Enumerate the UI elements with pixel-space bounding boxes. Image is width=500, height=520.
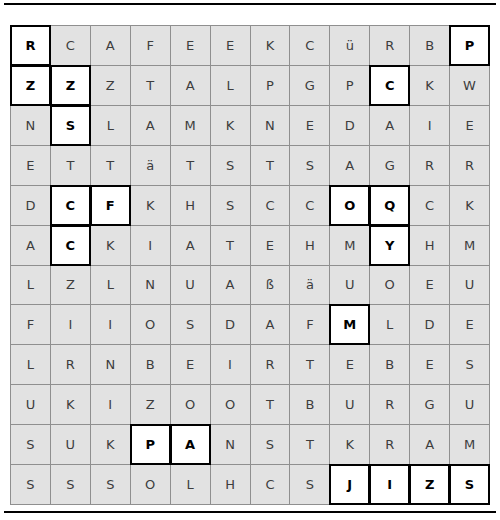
grid-cell-r2c2[interactable]: Z <box>51 66 90 105</box>
grid-cell-r6c9[interactable]: M <box>330 226 369 265</box>
grid-cell-r9c10[interactable]: B <box>370 345 409 384</box>
grid-cell-r4c12[interactable]: R <box>450 146 489 185</box>
grid-cell-r4c4[interactable]: ä <box>131 146 170 185</box>
grid-cell-r1c2[interactable]: C <box>51 26 90 65</box>
grid-cell-r8c8[interactable]: F <box>290 305 329 344</box>
grid-cell-r10c12[interactable]: U <box>450 385 489 424</box>
grid-cell-r1c11[interactable]: B <box>410 26 449 65</box>
grid-cell-r3c6[interactable]: K <box>211 106 250 145</box>
grid-cell-r7c3[interactable]: L <box>91 266 130 305</box>
grid-cell-r6c7[interactable]: E <box>251 226 290 265</box>
grid-cell-r2c8[interactable]: G <box>290 66 329 105</box>
grid-cell-r10c10[interactable]: R <box>370 385 409 424</box>
bottom-rule <box>4 511 496 513</box>
grid-cell-r8c12[interactable]: E <box>450 305 489 344</box>
grid-cell-r8c3[interactable]: I <box>91 305 130 344</box>
grid-cell-r1c4[interactable]: F <box>131 26 170 65</box>
grid-cell-r12c2[interactable]: S <box>51 465 90 504</box>
grid-cell-r9c6[interactable]: I <box>211 345 250 384</box>
grid-cell-r11c9[interactable]: K <box>330 425 369 464</box>
grid-cell-r4c9[interactable]: A <box>330 146 369 185</box>
grid-cell-r5c10[interactable]: Q <box>370 186 409 225</box>
grid-cell-r1c12[interactable]: P <box>450 26 489 65</box>
grid-cell-r12c1[interactable]: S <box>11 465 50 504</box>
grid-cell-r3c10[interactable]: A <box>370 106 409 145</box>
grid-cell-r1c10[interactable]: R <box>370 26 409 65</box>
grid-cell-r1c8[interactable]: C <box>290 26 329 65</box>
grid-cell-r11c4[interactable]: P <box>131 425 170 464</box>
grid-cell-r8c10[interactable]: L <box>370 305 409 344</box>
grid-cell-r4c7[interactable]: T <box>251 146 290 185</box>
grid-cell-r3c9[interactable]: D <box>330 106 369 145</box>
grid-cell-r9c7[interactable]: R <box>251 345 290 384</box>
grid-cell-r2c6[interactable]: L <box>211 66 250 105</box>
grid-cell-r3c11[interactable]: I <box>410 106 449 145</box>
grid-cell-r2c12[interactable]: W <box>450 66 489 105</box>
grid-cell-r12c7[interactable]: C <box>251 465 290 504</box>
grid-cell-r9c1[interactable]: L <box>11 345 50 384</box>
grid-cell-r8c9[interactable]: M <box>330 305 369 344</box>
grid-cell-r3c5[interactable]: M <box>171 106 210 145</box>
grid-cell-r7c11[interactable]: E <box>410 266 449 305</box>
grid-cell-r12c5[interactable]: L <box>171 465 210 504</box>
grid-cell-r1c3[interactable]: A <box>91 26 130 65</box>
grid-cell-r4c3[interactable]: T <box>91 146 130 185</box>
top-rule <box>4 3 496 5</box>
grid-cell-r12c6[interactable]: H <box>211 465 250 504</box>
grid-cell-r7c7[interactable]: ß <box>251 266 290 305</box>
grid-cell-r8c7[interactable]: A <box>251 305 290 344</box>
grid-cell-r5c1[interactable]: D <box>11 186 50 225</box>
grid-cell-r10c2[interactable]: K <box>51 385 90 424</box>
grid-cell-r5c3[interactable]: F <box>91 186 130 225</box>
grid-cell-r7c2[interactable]: Z <box>51 266 90 305</box>
grid-cell-r12c9[interactable]: J <box>330 465 369 504</box>
grid-cell-r6c5[interactable]: A <box>171 226 210 265</box>
grid-cell-r1c1[interactable]: R <box>11 26 50 65</box>
grid-cell-r11c3[interactable]: K <box>91 425 130 464</box>
grid-cell-r5c11[interactable]: C <box>410 186 449 225</box>
grid-cell-r11c7[interactable]: S <box>251 425 290 464</box>
grid-cell-r9c8[interactable]: T <box>290 345 329 384</box>
grid-cell-r6c6[interactable]: T <box>211 226 250 265</box>
grid-cell-r2c10[interactable]: C <box>370 66 409 105</box>
grid-cell-r11c2[interactable]: U <box>51 425 90 464</box>
grid-cell-r10c11[interactable]: G <box>410 385 449 424</box>
grid-cell-r6c4[interactable]: I <box>131 226 170 265</box>
grid-cell-r5c8[interactable]: C <box>290 186 329 225</box>
grid-cell-r2c11[interactable]: K <box>410 66 449 105</box>
grid-cell-r4c11[interactable]: R <box>410 146 449 185</box>
grid-cell-r11c6[interactable]: N <box>211 425 250 464</box>
grid-cell-r7c4[interactable]: N <box>131 266 170 305</box>
grid-cell-r4c6[interactable]: S <box>211 146 250 185</box>
grid-cell-r12c4[interactable]: O <box>131 465 170 504</box>
grid-cell-r5c9[interactable]: O <box>330 186 369 225</box>
grid-cell-r7c1[interactable]: L <box>11 266 50 305</box>
grid-cell-r3c8[interactable]: E <box>290 106 329 145</box>
grid-cell-r12c11[interactable]: Z <box>410 465 449 504</box>
grid-cell-r4c8[interactable]: S <box>290 146 329 185</box>
grid-cell-r3c1[interactable]: N <box>11 106 50 145</box>
grid-cell-r6c8[interactable]: H <box>290 226 329 265</box>
grid-cell-r8c1[interactable]: F <box>11 305 50 344</box>
grid-cell-r5c4[interactable]: K <box>131 186 170 225</box>
grid-cell-r1c7[interactable]: K <box>251 26 290 65</box>
grid-cell-r4c10[interactable]: G <box>370 146 409 185</box>
grid-cell-r3c12[interactable]: E <box>450 106 489 145</box>
grid-cell-r10c6[interactable]: O <box>211 385 250 424</box>
grid-cell-r2c3[interactable]: Z <box>91 66 130 105</box>
grid-cell-r10c1[interactable]: U <box>11 385 50 424</box>
grid-cell-r11c11[interactable]: A <box>410 425 449 464</box>
grid-cell-r8c5[interactable]: S <box>171 305 210 344</box>
grid-cell-r9c9[interactable]: E <box>330 345 369 384</box>
grid-cell-r5c5[interactable]: H <box>171 186 210 225</box>
grid-cell-r4c1[interactable]: E <box>11 146 50 185</box>
grid-cell-r2c9[interactable]: P <box>330 66 369 105</box>
grid-cell-r7c10[interactable]: O <box>370 266 409 305</box>
grid-cell-r3c7[interactable]: N <box>251 106 290 145</box>
grid-cell-r10c3[interactable]: I <box>91 385 130 424</box>
grid-cell-r9c12[interactable]: S <box>450 345 489 384</box>
grid-cell-r6c2[interactable]: C <box>51 226 90 265</box>
grid-cell-r11c1[interactable]: S <box>11 425 50 464</box>
grid-cell-r7c5[interactable]: U <box>171 266 210 305</box>
grid-cell-r11c12[interactable]: M <box>450 425 489 464</box>
grid-cell-r2c1[interactable]: Z <box>11 66 50 105</box>
grid-cell-r5c7[interactable]: C <box>251 186 290 225</box>
grid-cell-r5c6[interactable]: S <box>211 186 250 225</box>
grid-cell-r11c8[interactable]: T <box>290 425 329 464</box>
grid-cell-r12c8[interactable]: S <box>290 465 329 504</box>
grid-cell-r8c6[interactable]: D <box>211 305 250 344</box>
grid-cell-r2c5[interactable]: A <box>171 66 210 105</box>
grid-cell-r4c5[interactable]: T <box>171 146 210 185</box>
grid-cell-r6c1[interactable]: A <box>11 226 50 265</box>
grid-cell-r10c7[interactable]: T <box>251 385 290 424</box>
grid-cell-r6c3[interactable]: K <box>91 226 130 265</box>
grid-cell-r9c5[interactable]: E <box>171 345 210 384</box>
grid-cell-r10c8[interactable]: B <box>290 385 329 424</box>
grid-cell-r2c7[interactable]: P <box>251 66 290 105</box>
grid-cell-r6c12[interactable]: M <box>450 226 489 265</box>
grid-cell-r11c10[interactable]: R <box>370 425 409 464</box>
grid-cell-r7c12[interactable]: U <box>450 266 489 305</box>
grid-cell-r7c8[interactable]: ä <box>290 266 329 305</box>
grid-cell-r7c9[interactable]: U <box>330 266 369 305</box>
grid-cell-r12c10[interactable]: I <box>370 465 409 504</box>
grid-cell-r2c4[interactable]: T <box>131 66 170 105</box>
grid-cell-r9c11[interactable]: E <box>410 345 449 384</box>
grid-cell-r3c2[interactable]: S <box>51 106 90 145</box>
grid-cell-r8c11[interactable]: D <box>410 305 449 344</box>
grid-cell-r9c3[interactable]: N <box>91 345 130 384</box>
grid-cell-r12c3[interactable]: S <box>91 465 130 504</box>
word-search-grid: RCAFEEKCüRBPZZZTALPGPCKWNSLAMKNEDAIEETTä… <box>10 25 490 505</box>
grid-cell-r9c4[interactable]: B <box>131 345 170 384</box>
grid-cell-r4c2[interactable]: T <box>51 146 90 185</box>
grid-cell-r10c9[interactable]: U <box>330 385 369 424</box>
grid-cell-r11c5[interactable]: A <box>171 425 210 464</box>
grid-cell-r3c4[interactable]: A <box>131 106 170 145</box>
grid-cell-r1c9[interactable]: ü <box>330 26 369 65</box>
grid-cell-r12c12[interactable]: S <box>450 465 489 504</box>
grid-cell-r5c2[interactable]: C <box>51 186 90 225</box>
grid-cell-r8c4[interactable]: O <box>131 305 170 344</box>
grid-cell-r3c3[interactable]: L <box>91 106 130 145</box>
grid-cell-r6c10[interactable]: Y <box>370 226 409 265</box>
grid-cell-r1c6[interactable]: E <box>211 26 250 65</box>
grid-cell-r1c5[interactable]: E <box>171 26 210 65</box>
grid-cell-r5c12[interactable]: K <box>450 186 489 225</box>
grid-cell-r7c6[interactable]: A <box>211 266 250 305</box>
grid-cell-r8c2[interactable]: I <box>51 305 90 344</box>
grid-cell-r6c11[interactable]: H <box>410 226 449 265</box>
grid-cell-r10c4[interactable]: Z <box>131 385 170 424</box>
grid-cell-r9c2[interactable]: R <box>51 345 90 384</box>
grid-cell-r10c5[interactable]: O <box>171 385 210 424</box>
